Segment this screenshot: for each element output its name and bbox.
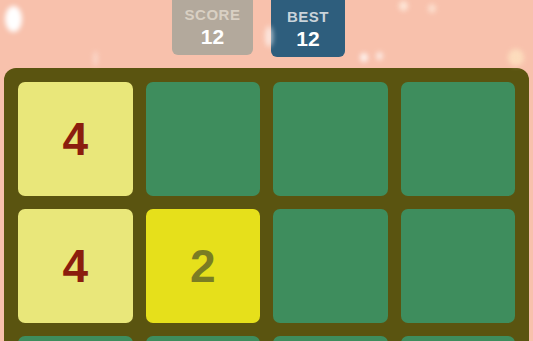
sparkle-particle (5, 6, 22, 32)
best-value: 12 (296, 26, 319, 51)
sparkle-particle (93, 51, 98, 66)
empty-cell (273, 82, 388, 196)
tile-4: 4 (18, 209, 133, 323)
empty-cell (401, 209, 516, 323)
sparkle-particle (360, 53, 368, 62)
score-value: 12 (201, 24, 224, 49)
sparkle-particle (508, 49, 524, 66)
score-label: SCORE (185, 7, 241, 24)
sparkle-particle (399, 1, 408, 11)
best-box: BEST 12 (271, 0, 345, 57)
tile-2: 2 (146, 209, 261, 323)
sparkle-particle (376, 52, 383, 60)
score-box: SCORE 12 (172, 0, 253, 55)
empty-cell (146, 82, 261, 196)
sparkle-particle (428, 4, 436, 13)
empty-cell (273, 209, 388, 323)
empty-cell (401, 336, 516, 341)
game-screen: SCORE 12 BEST 12 442 (0, 0, 533, 341)
empty-cell (146, 336, 261, 341)
best-label: BEST (287, 9, 329, 26)
board-2048[interactable]: 442 (4, 68, 529, 341)
tile-4: 4 (18, 82, 133, 196)
empty-cell (18, 336, 133, 341)
empty-cell (273, 336, 388, 341)
empty-cell (401, 82, 516, 196)
